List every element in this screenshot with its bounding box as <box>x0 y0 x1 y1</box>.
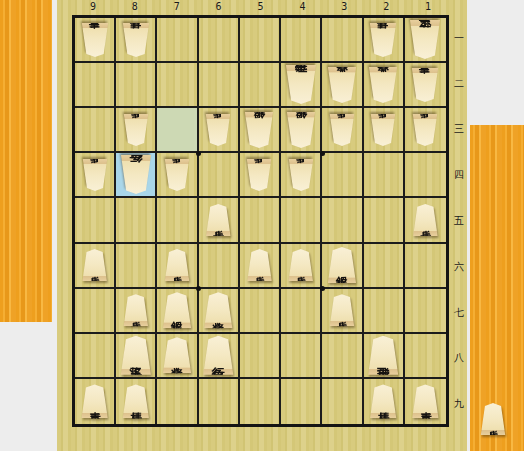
square-2-8[interactable]: 飛車 <box>364 334 405 379</box>
piece-body: 歩兵 <box>412 204 438 236</box>
square-4-2[interactable]: 飛車 <box>281 63 322 108</box>
square-7-8[interactable]: 金将 <box>157 334 198 379</box>
square-6-2[interactable] <box>199 63 240 108</box>
square-4-8[interactable] <box>281 334 322 379</box>
square-3-1[interactable] <box>322 18 363 63</box>
square-5-2[interactable] <box>240 63 281 108</box>
rank-label-2: 二 <box>452 61 466 107</box>
piece-sente-gold[interactable]: 金将 <box>203 292 233 328</box>
shogi-app: 987654321 一二三四五六七八九 香車桂馬桂馬王将飛車金将金将香車歩兵歩兵… <box>0 0 524 451</box>
square-7-2[interactable] <box>157 63 198 108</box>
square-9-4[interactable]: 歩兵 <box>75 153 116 198</box>
square-5-9[interactable] <box>240 379 281 424</box>
square-3-4[interactable] <box>322 153 363 198</box>
piece-body: 玉将 <box>120 336 152 375</box>
square-9-3[interactable] <box>75 108 116 153</box>
piece-gote-pawn[interactable]: 歩兵 <box>246 159 272 191</box>
piece-sente-bishop[interactable]: 角行 <box>202 336 234 375</box>
star-point <box>196 286 201 291</box>
square-3-8[interactable] <box>322 334 363 379</box>
piece-body: 桂馬 <box>122 384 150 418</box>
square-3-2[interactable]: 金将 <box>322 63 363 108</box>
piece-body: 歩兵 <box>288 159 314 191</box>
square-8-3[interactable]: 歩兵 <box>116 108 157 153</box>
piece-sente-lance[interactable]: 香車 <box>411 384 439 418</box>
square-2-1[interactable]: 桂馬 <box>364 18 405 63</box>
square-3-5[interactable] <box>322 198 363 243</box>
piece-body: 銀将 <box>327 247 357 283</box>
square-8-4[interactable]: 角行 <box>116 153 157 198</box>
square-9-7[interactable] <box>75 289 116 334</box>
piece-body: 歩兵 <box>82 159 108 191</box>
square-3-7[interactable]: 歩兵 <box>322 289 363 334</box>
piece-gote-gold[interactable]: 金将 <box>368 67 398 103</box>
piece-body: 歩兵 <box>205 114 231 146</box>
square-1-7[interactable] <box>405 289 446 334</box>
square-9-9[interactable]: 香車 <box>75 379 116 424</box>
square-4-9[interactable] <box>281 379 322 424</box>
square-1-5[interactable]: 歩兵 <box>405 198 446 243</box>
piece-gote-bishop[interactable]: 角行 <box>120 155 152 194</box>
square-7-4[interactable]: 歩兵 <box>157 153 198 198</box>
piece-body: 歩兵 <box>412 114 438 146</box>
file-label-1: 1 <box>407 1 449 13</box>
square-1-4[interactable] <box>405 153 446 198</box>
piece-gote-pawn[interactable]: 歩兵 <box>329 114 355 146</box>
piece-sente-silver[interactable]: 銀将 <box>162 292 192 328</box>
piece-sente-pawn[interactable]: 歩兵 <box>329 294 355 326</box>
shogi-board: 香車桂馬桂馬王将飛車金将金将香車歩兵歩兵銀将銀将歩兵歩兵歩兵歩兵角行歩兵歩兵歩兵… <box>72 15 449 427</box>
square-1-6[interactable] <box>405 244 446 289</box>
square-8-2[interactable] <box>116 63 157 108</box>
piece-body: 飛車 <box>285 65 317 104</box>
piece-body: 歩兵 <box>246 159 272 191</box>
shogi-board-panel: 987654321 一二三四五六七八九 香車桂馬桂馬王将飛車金将金将香車歩兵歩兵… <box>57 0 467 451</box>
square-9-6[interactable]: 歩兵 <box>75 244 116 289</box>
piece-body: 歩兵 <box>164 249 190 281</box>
square-8-7[interactable]: 歩兵 <box>116 289 157 334</box>
file-label-7: 7 <box>156 1 198 13</box>
piece-gote-knight[interactable]: 桂馬 <box>369 23 397 57</box>
square-2-5[interactable] <box>364 198 405 243</box>
piece-body: 銀将 <box>286 112 316 148</box>
piece-gote-pawn[interactable]: 歩兵 <box>370 114 396 146</box>
square-9-2[interactable] <box>75 63 116 108</box>
square-8-1[interactable]: 桂馬 <box>116 18 157 63</box>
piece-body: 銀将 <box>244 112 274 148</box>
square-2-4[interactable] <box>364 153 405 198</box>
piece-gote-silver[interactable]: 銀将 <box>244 112 274 148</box>
piece-body: 桂馬 <box>369 23 397 57</box>
square-7-7[interactable]: 銀将 <box>157 289 198 334</box>
square-5-3[interactable]: 銀将 <box>240 108 281 153</box>
square-4-5[interactable] <box>281 198 322 243</box>
square-6-7[interactable]: 金将 <box>199 289 240 334</box>
piece-body: 香車 <box>81 384 109 418</box>
square-1-9[interactable]: 香車 <box>405 379 446 424</box>
square-7-5[interactable] <box>157 198 198 243</box>
piece-body: 角行 <box>120 155 152 194</box>
hand-piece-sente-pawn[interactable]: 歩兵 <box>480 403 506 435</box>
square-6-9[interactable] <box>199 379 240 424</box>
square-2-9[interactable]: 桂馬 <box>364 379 405 424</box>
piece-body: 歩兵 <box>164 159 190 191</box>
piece-body: 香車 <box>81 23 109 57</box>
square-6-8[interactable]: 角行 <box>199 334 240 379</box>
square-9-1[interactable]: 香車 <box>75 18 116 63</box>
rank-label-8: 八 <box>452 335 466 381</box>
piece-body: 歩兵 <box>205 204 231 236</box>
sente-komadai: 歩兵 <box>470 125 524 451</box>
file-label-3: 3 <box>323 1 365 13</box>
piece-body: 歩兵 <box>123 294 149 326</box>
square-1-2[interactable]: 香車 <box>405 63 446 108</box>
piece-gote-pawn[interactable]: 歩兵 <box>288 159 314 191</box>
file-label-6: 6 <box>198 1 240 13</box>
square-7-1[interactable] <box>157 18 198 63</box>
piece-sente-pawn[interactable]: 歩兵 <box>82 249 108 281</box>
file-label-2: 2 <box>365 1 407 13</box>
piece-gote-pawn[interactable]: 歩兵 <box>123 114 149 146</box>
square-5-1[interactable] <box>240 18 281 63</box>
square-2-2[interactable]: 金将 <box>364 63 405 108</box>
piece-body: 歩兵 <box>123 114 149 146</box>
piece-gote-lance[interactable]: 香車 <box>81 23 109 57</box>
file-label-5: 5 <box>240 1 282 13</box>
square-5-4[interactable]: 歩兵 <box>240 153 281 198</box>
square-5-7[interactable] <box>240 289 281 334</box>
square-5-8[interactable] <box>240 334 281 379</box>
rank-label-3: 三 <box>452 107 466 153</box>
piece-body: 歩兵 <box>288 249 314 281</box>
piece-gote-king[interactable]: 王将 <box>409 20 441 59</box>
square-9-5[interactable] <box>75 198 116 243</box>
square-8-6[interactable] <box>116 244 157 289</box>
square-6-6[interactable] <box>199 244 240 289</box>
piece-body: 香車 <box>411 384 439 418</box>
piece-body: 歩兵 <box>480 403 506 435</box>
rank-label-6: 六 <box>452 244 466 290</box>
piece-sente-silver[interactable]: 銀将 <box>327 247 357 283</box>
square-7-3[interactable] <box>157 108 198 153</box>
piece-sente-pawn[interactable]: 歩兵 <box>123 294 149 326</box>
square-5-5[interactable] <box>240 198 281 243</box>
square-6-4[interactable] <box>199 153 240 198</box>
piece-body: 歩兵 <box>82 249 108 281</box>
square-2-7[interactable] <box>364 289 405 334</box>
gote-komadai <box>0 0 52 322</box>
square-9-8[interactable] <box>75 334 116 379</box>
square-4-4[interactable]: 歩兵 <box>281 153 322 198</box>
file-label-8: 8 <box>114 1 156 13</box>
piece-body: 金将 <box>203 292 233 328</box>
piece-gote-pawn[interactable]: 歩兵 <box>164 159 190 191</box>
square-1-8[interactable] <box>405 334 446 379</box>
file-labels: 987654321 <box>72 1 449 13</box>
piece-body: 歩兵 <box>370 114 396 146</box>
rank-label-9: 九 <box>452 381 466 427</box>
piece-sente-pawn[interactable]: 歩兵 <box>412 204 438 236</box>
rank-label-5: 五 <box>452 198 466 244</box>
piece-sente-pawn[interactable]: 歩兵 <box>288 249 314 281</box>
star-point <box>196 151 201 156</box>
piece-sente-rook[interactable]: 飛車 <box>367 336 399 375</box>
piece-body: 歩兵 <box>329 294 355 326</box>
square-3-9[interactable] <box>322 379 363 424</box>
square-3-6[interactable]: 銀将 <box>322 244 363 289</box>
piece-sente-lance[interactable]: 香車 <box>81 384 109 418</box>
piece-body: 歩兵 <box>329 114 355 146</box>
square-4-1[interactable] <box>281 18 322 63</box>
square-4-6[interactable]: 歩兵 <box>281 244 322 289</box>
rank-label-7: 七 <box>452 290 466 336</box>
piece-sente-pawn[interactable]: 歩兵 <box>164 249 190 281</box>
piece-body: 金将 <box>368 67 398 103</box>
square-8-9[interactable]: 桂馬 <box>116 379 157 424</box>
rank-labels: 一二三四五六七八九 <box>452 15 466 427</box>
square-4-7[interactable] <box>281 289 322 334</box>
piece-gote-silver[interactable]: 銀将 <box>286 112 316 148</box>
piece-gote-rook[interactable]: 飛車 <box>285 65 317 104</box>
rank-label-1: 一 <box>452 15 466 61</box>
star-point <box>320 286 325 291</box>
square-2-3[interactable]: 歩兵 <box>364 108 405 153</box>
square-7-9[interactable] <box>157 379 198 424</box>
square-6-1[interactable] <box>199 18 240 63</box>
piece-body: 歩兵 <box>246 249 272 281</box>
piece-sente-knight[interactable]: 桂馬 <box>122 384 150 418</box>
square-6-5[interactable]: 歩兵 <box>199 198 240 243</box>
piece-body: 金将 <box>327 67 357 103</box>
piece-gote-pawn[interactable]: 歩兵 <box>205 114 231 146</box>
piece-body: 桂馬 <box>122 23 150 57</box>
square-1-3[interactable]: 歩兵 <box>405 108 446 153</box>
rank-label-4: 四 <box>452 152 466 198</box>
piece-body: 桂馬 <box>369 384 397 418</box>
square-8-5[interactable] <box>116 198 157 243</box>
square-6-3[interactable]: 歩兵 <box>199 108 240 153</box>
piece-body: 王将 <box>409 20 441 59</box>
square-4-3[interactable]: 銀将 <box>281 108 322 153</box>
square-3-3[interactable]: 歩兵 <box>322 108 363 153</box>
piece-sente-king[interactable]: 玉将 <box>120 336 152 375</box>
star-point <box>320 151 325 156</box>
piece-sente-pawn[interactable]: 歩兵 <box>246 249 272 281</box>
square-8-8[interactable]: 玉将 <box>116 334 157 379</box>
piece-gote-knight[interactable]: 桂馬 <box>122 23 150 57</box>
piece-sente-pawn[interactable]: 歩兵 <box>205 204 231 236</box>
piece-body: 金将 <box>162 337 192 373</box>
file-label-4: 4 <box>281 1 323 13</box>
piece-sente-gold[interactable]: 金将 <box>162 337 192 373</box>
piece-sente-knight[interactable]: 桂馬 <box>369 384 397 418</box>
piece-gote-pawn[interactable]: 歩兵 <box>82 159 108 191</box>
square-7-6[interactable]: 歩兵 <box>157 244 198 289</box>
piece-body: 飛車 <box>367 336 399 375</box>
piece-gote-pawn[interactable]: 歩兵 <box>412 114 438 146</box>
piece-body: 銀将 <box>162 292 192 328</box>
file-label-9: 9 <box>72 1 114 13</box>
piece-gote-gold[interactable]: 金将 <box>327 67 357 103</box>
piece-body: 香車 <box>411 68 439 102</box>
square-1-1[interactable]: 王将 <box>405 18 446 63</box>
piece-gote-lance[interactable]: 香車 <box>411 68 439 102</box>
piece-body: 角行 <box>202 336 234 375</box>
square-5-6[interactable]: 歩兵 <box>240 244 281 289</box>
square-2-6[interactable] <box>364 244 405 289</box>
